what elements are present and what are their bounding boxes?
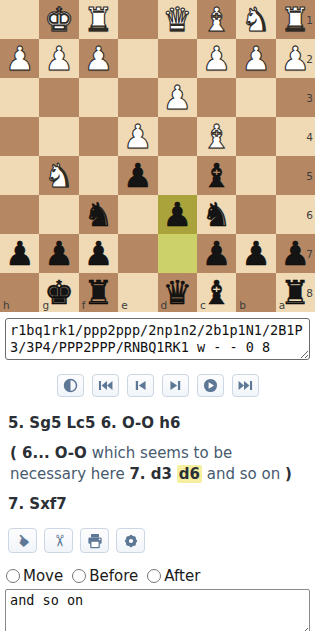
black-knight-piece: ♞ (84, 198, 114, 231)
white-knight-piece: ♞ (241, 3, 271, 36)
square-a1[interactable]: ♜1 (276, 0, 315, 39)
square-d3[interactable]: ♟ (158, 78, 197, 117)
main-line-moves[interactable]: 5. Sg5 Lc5 6. O-O h6 (8, 414, 180, 432)
square-g3[interactable] (39, 78, 78, 117)
settings-button[interactable] (116, 528, 145, 553)
square-d6[interactable]: ♟ (158, 195, 197, 234)
square-b6[interactable] (236, 195, 275, 234)
square-c8[interactable]: ♝c (197, 273, 236, 312)
square-d8[interactable]: ♛d (158, 273, 197, 312)
white-pawn-piece: ♟ (5, 42, 35, 75)
square-g7[interactable]: ♟ (39, 234, 78, 273)
square-d7[interactable] (158, 234, 197, 273)
black-pawn-piece: ♟ (123, 159, 153, 192)
square-c4[interactable]: ♝ (197, 117, 236, 156)
go-first-icon (98, 378, 113, 393)
go-previous-button[interactable] (127, 374, 154, 397)
square-h1[interactable] (0, 0, 39, 39)
comment-type-radios: Move Before After (6, 567, 315, 585)
square-e5[interactable]: ♟ (118, 156, 157, 195)
square-h3[interactable] (0, 78, 39, 117)
black-pawn-piece: ♟ (202, 237, 232, 270)
rank-label-2: 2 (306, 53, 313, 64)
square-h7[interactable]: ♟ (0, 234, 39, 273)
delete-moves-button[interactable]: ✂ (44, 528, 73, 553)
black-pawn-piece: ♟ (44, 237, 74, 270)
square-b4[interactable] (236, 117, 275, 156)
fen-input[interactable]: r1bq1rk1/ppp2ppp/2np1n2/2b1p1N1/2B1P3/3P… (5, 318, 310, 360)
square-f1[interactable]: ♜ (79, 0, 118, 39)
radio-move-label: Move (23, 567, 63, 585)
white-knight-piece: ♞ (44, 159, 74, 192)
rank-label-3: 3 (306, 92, 313, 103)
white-pawn-piece: ♟ (123, 120, 153, 153)
white-pawn-piece: ♟ (162, 81, 192, 114)
white-pawn-piece: ♟ (44, 42, 74, 75)
play-icon (203, 378, 218, 393)
square-d2[interactable] (158, 39, 197, 78)
file-label-g: g (42, 300, 49, 311)
radio-after-label: After (164, 567, 200, 585)
square-h5[interactable] (0, 156, 39, 195)
rank-label-8: 8 (306, 287, 313, 298)
radio-after[interactable]: After (147, 567, 200, 585)
square-g6[interactable] (39, 195, 78, 234)
square-b2[interactable]: ♟ (236, 39, 275, 78)
move-comment: and so on (207, 465, 280, 483)
square-d4[interactable] (158, 117, 197, 156)
file-label-a: a (279, 300, 285, 311)
selected-move[interactable]: d6 (177, 465, 202, 483)
black-rook-piece: ♜ (84, 276, 114, 309)
radio-after-input[interactable] (147, 569, 161, 583)
radio-before-input[interactable] (72, 569, 86, 583)
go-next-icon (168, 378, 183, 393)
white-pawn-piece: ♟ (84, 42, 114, 75)
square-g8[interactable]: ♚g (39, 273, 78, 312)
square-c6[interactable]: ♞ (197, 195, 236, 234)
square-f4[interactable] (79, 117, 118, 156)
square-e8[interactable]: e (118, 273, 157, 312)
radio-before-label: Before (89, 567, 138, 585)
square-f5[interactable] (79, 156, 118, 195)
play-button[interactable] (197, 374, 224, 397)
square-e6[interactable] (118, 195, 157, 234)
file-label-f: f (82, 300, 86, 311)
square-c7[interactable]: ♟ (197, 234, 236, 273)
black-pawn-piece: ♟ (5, 237, 35, 270)
rank-label-6: 6 (306, 209, 313, 220)
variation-close: ) (285, 465, 292, 483)
square-h6[interactable] (0, 195, 39, 234)
white-pawn-piece: ♟ (202, 42, 232, 75)
square-b3[interactable] (236, 78, 275, 117)
square-e3[interactable] (118, 78, 157, 117)
rank-label-1: 1 (306, 14, 313, 25)
square-g5[interactable]: ♞ (39, 156, 78, 195)
black-bishop-piece: ♝ (202, 276, 232, 309)
square-b7[interactable]: ♟ (236, 234, 275, 273)
file-label-b: b (239, 300, 246, 311)
square-a7[interactable]: ♟7 (276, 234, 315, 273)
square-a6[interactable]: 6 (276, 195, 315, 234)
square-c5[interactable]: ♝ (197, 156, 236, 195)
edit-toolbar: ☚ ✂ (8, 528, 315, 553)
square-h4[interactable] (0, 117, 39, 156)
main-line-move[interactable]: 7. Sxf7 (8, 495, 67, 513)
go-previous-icon (133, 378, 148, 393)
moves-area: 5. Sg5 Lc5 6. O-O h6 ( 6... O-O which se… (0, 413, 315, 514)
square-f7[interactable]: ♟ (79, 234, 118, 273)
square-a2[interactable]: ♟2 (276, 39, 315, 78)
square-c2[interactable]: ♟ (197, 39, 236, 78)
square-b5[interactable] (236, 156, 275, 195)
gear-icon (123, 533, 139, 549)
square-f2[interactable]: ♟ (79, 39, 118, 78)
white-bishop-piece: ♝ (202, 120, 232, 153)
square-c1[interactable]: ♝ (197, 0, 236, 39)
square-f8[interactable]: ♜f (79, 273, 118, 312)
radio-before[interactable]: Before (72, 567, 138, 585)
go-last-button[interactable] (232, 374, 259, 397)
go-next-button[interactable] (162, 374, 189, 397)
comment-input[interactable]: and so on (5, 589, 310, 631)
square-c3[interactable] (197, 78, 236, 117)
hand-promote-icon: ☚ (12, 530, 33, 551)
square-b1[interactable]: ♞ (236, 0, 275, 39)
square-h8[interactable]: h (0, 273, 39, 312)
square-a8[interactable]: ♜a8 (276, 273, 315, 312)
square-b8[interactable]: b (236, 273, 275, 312)
square-g4[interactable] (39, 117, 78, 156)
square-d1[interactable]: ♛ (158, 0, 197, 39)
file-label-e: e (121, 300, 127, 311)
white-queen-piece: ♛ (162, 3, 192, 36)
black-pawn-piece: ♟ (162, 198, 192, 231)
square-g1[interactable]: ♚ (39, 0, 78, 39)
black-knight-piece: ♞ (202, 198, 232, 231)
go-first-button[interactable] (92, 374, 119, 397)
file-label-c: c (200, 300, 206, 311)
printer-icon (87, 533, 103, 549)
black-bishop-piece: ♝ (202, 159, 232, 192)
square-g2[interactable]: ♟ (39, 39, 78, 78)
variation-move[interactable]: 7. d3 (129, 465, 172, 483)
flip-board-icon (63, 378, 78, 393)
black-pawn-piece: ♟ (241, 237, 271, 270)
square-f3[interactable] (79, 78, 118, 117)
radio-move[interactable]: Move (6, 567, 63, 585)
rank-label-5: 5 (306, 170, 313, 181)
print-button[interactable] (80, 528, 109, 553)
white-rook-piece: ♜ (84, 3, 114, 36)
rank-label-7: 7 (306, 248, 313, 259)
square-e4[interactable]: ♟ (118, 117, 157, 156)
white-bishop-piece: ♝ (202, 3, 232, 36)
rank-label-4: 4 (306, 131, 313, 142)
square-a4[interactable]: 4 (276, 117, 315, 156)
radio-move-input[interactable] (6, 569, 20, 583)
square-e1[interactable] (118, 0, 157, 39)
square-e2[interactable] (118, 39, 157, 78)
scissors-icon: ✂ (51, 534, 67, 547)
white-pawn-piece: ♟ (241, 42, 271, 75)
square-a5[interactable]: 5 (276, 156, 315, 195)
variation-open-move[interactable]: ( 6... O-O (10, 444, 87, 462)
square-d5[interactable] (158, 156, 197, 195)
file-label-h: h (3, 300, 10, 311)
white-king-piece: ♚ (44, 3, 74, 36)
flip-board-button[interactable] (57, 374, 84, 397)
file-label-d: d (161, 300, 168, 311)
go-last-icon (238, 378, 253, 393)
promote-variation-button[interactable]: ☚ (8, 528, 37, 553)
black-pawn-piece: ♟ (84, 237, 114, 270)
chess-board: ♚♜♛♝♞♜1♟♟♟♟♟♟2♟3♟♝4♞♟♝5♞♟♞6♟♟♟♟♟♟7h♚g♜fe… (0, 0, 315, 312)
navigation-bar (0, 374, 315, 397)
square-e7[interactable] (118, 234, 157, 273)
square-a3[interactable]: 3 (276, 78, 315, 117)
square-h2[interactable]: ♟ (0, 39, 39, 78)
square-f6[interactable]: ♞ (79, 195, 118, 234)
